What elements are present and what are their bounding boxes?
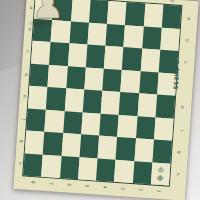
coordinate-label: h — [175, 172, 180, 177]
coordinate-label: 3 — [120, 186, 125, 191]
square[interactable] — [136, 116, 156, 140]
chessboard-vinyl-mat: ♔⊕ 8765432112345678abcdefghabcefgh ⊕ CHE… — [13, 0, 199, 200]
coordinate-label: 1 — [157, 188, 162, 193]
square[interactable] — [84, 67, 104, 91]
square[interactable] — [29, 63, 49, 87]
coordinate-label: b — [184, 38, 189, 43]
square[interactable] — [107, 1, 127, 25]
square[interactable] — [66, 66, 86, 90]
corner-emblem-glyph: ♔ — [157, 166, 164, 173]
square[interactable] — [101, 91, 121, 115]
coordinate-label: h — [18, 161, 23, 166]
square[interactable] — [43, 132, 63, 156]
coordinate-label: 6 — [66, 182, 71, 187]
photo-background: ♔⊕ 8765432112345678abcdefghabcefgh ⊕ CHE… — [0, 0, 200, 200]
square[interactable] — [41, 154, 61, 178]
square[interactable] — [87, 22, 107, 46]
square[interactable] — [45, 109, 65, 133]
square[interactable] — [132, 161, 152, 185]
square[interactable] — [137, 93, 157, 117]
square[interactable] — [48, 64, 68, 88]
coordinate-label: g — [176, 150, 181, 155]
brand-logo-text: CHESS — [172, 67, 180, 90]
square[interactable] — [117, 114, 137, 138]
square[interactable] — [81, 112, 101, 136]
coordinate-label: c — [183, 61, 188, 66]
coordinate-label: 5 — [84, 183, 89, 188]
square[interactable] — [61, 133, 81, 157]
square[interactable] — [104, 46, 124, 70]
chessboard-grid: ♔⊕ — [22, 0, 182, 187]
square[interactable] — [105, 23, 125, 47]
coordinate-label: 4 — [102, 184, 107, 189]
square[interactable] — [83, 89, 103, 113]
square[interactable] — [140, 48, 160, 72]
coordinate-label: f — [178, 127, 183, 132]
square[interactable] — [49, 42, 69, 66]
square[interactable] — [64, 88, 84, 112]
square[interactable] — [31, 41, 51, 65]
square[interactable] — [89, 0, 109, 23]
square[interactable] — [63, 111, 83, 135]
coordinate-label: 7 — [152, 0, 157, 1]
square[interactable] — [119, 92, 139, 116]
square[interactable] — [114, 159, 134, 183]
square[interactable] — [99, 113, 119, 137]
square[interactable] — [125, 2, 145, 26]
brand-logo: ⊕ CHESS — [172, 60, 180, 90]
square[interactable] — [139, 71, 159, 95]
square[interactable] — [162, 5, 182, 29]
coordinate-label: a — [186, 16, 191, 21]
square[interactable] — [26, 108, 46, 132]
coordinate-label: d — [24, 72, 29, 77]
square[interactable] — [23, 153, 43, 177]
square[interactable] — [86, 45, 106, 69]
square[interactable] — [28, 86, 48, 110]
square[interactable] — [71, 0, 91, 22]
white-pawn[interactable]: ♟ — [31, 0, 64, 24]
coordinate-label: 8 — [170, 0, 175, 3]
square[interactable] — [78, 157, 98, 181]
square[interactable] — [134, 138, 154, 162]
square[interactable] — [102, 68, 122, 92]
square[interactable] — [60, 156, 80, 180]
square[interactable] — [155, 95, 175, 119]
coordinate-label: 7 — [48, 180, 53, 185]
coordinate-label: e — [179, 105, 184, 110]
square[interactable] — [152, 139, 172, 163]
square[interactable] — [46, 87, 66, 111]
square[interactable] — [69, 21, 89, 45]
corner-emblem: ♔⊕ — [151, 162, 171, 186]
square[interactable] — [96, 158, 116, 182]
coordinate-label: b — [27, 27, 32, 32]
square[interactable] — [79, 134, 99, 158]
square[interactable] — [120, 70, 140, 94]
square[interactable] — [25, 131, 45, 155]
coordinate-label: e — [22, 94, 27, 99]
brand-logo-icon: ⊕ — [174, 60, 181, 66]
square[interactable] — [116, 137, 136, 161]
coordinate-label: c — [25, 50, 30, 55]
coordinate-label: g — [19, 139, 24, 144]
coordinate-label: 8 — [30, 179, 35, 184]
square[interactable] — [143, 3, 163, 27]
coordinate-label: 2 — [138, 187, 143, 192]
square[interactable] — [142, 26, 162, 50]
square[interactable] — [98, 136, 118, 160]
square[interactable] — [67, 43, 87, 67]
square[interactable] — [124, 25, 144, 49]
square[interactable] — [122, 47, 142, 71]
coordinate-label: f — [21, 116, 26, 121]
square[interactable] — [160, 27, 180, 51]
square[interactable]: ♔⊕ — [151, 162, 171, 186]
square[interactable] — [154, 117, 174, 141]
corner-emblem-glyph: ⊕ — [157, 174, 164, 181]
